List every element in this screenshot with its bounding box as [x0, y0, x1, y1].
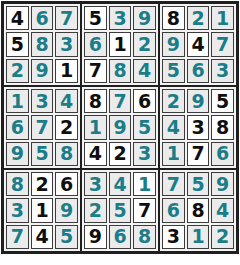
sudoku-cell[interactable]: 4	[31, 225, 54, 249]
sudoku-board: 4675832915396127848219475631346729588761…	[1, 1, 239, 254]
sudoku-cell[interactable]: 8	[133, 225, 156, 249]
sudoku-cell[interactable]: 5	[6, 32, 29, 56]
sudoku-cell[interactable]: 7	[162, 172, 185, 196]
sudoku-cell[interactable]: 1	[84, 115, 107, 139]
sudoku-cell[interactable]: 3	[162, 225, 185, 249]
sudoku-cell[interactable]: 1	[6, 89, 29, 113]
sudoku-cell[interactable]: 2	[109, 142, 132, 166]
sudoku-box: 539612784	[81, 3, 159, 86]
sudoku-cell[interactable]: 8	[187, 198, 210, 222]
sudoku-cell[interactable]: 7	[6, 225, 29, 249]
sudoku-cell[interactable]: 2	[6, 59, 29, 83]
sudoku-cell[interactable]: 4	[84, 142, 107, 166]
sudoku-cell[interactable]: 1	[55, 59, 78, 83]
sudoku-cell[interactable]: 6	[6, 115, 29, 139]
sudoku-cell[interactable]: 6	[109, 225, 132, 249]
sudoku-cell[interactable]: 6	[211, 142, 234, 166]
sudoku-cell[interactable]: 2	[84, 198, 107, 222]
sudoku-cell[interactable]: 4	[187, 32, 210, 56]
sudoku-cell[interactable]: 5	[187, 172, 210, 196]
sudoku-cell[interactable]: 1	[31, 198, 54, 222]
sudoku-box: 821947563	[159, 3, 237, 86]
sudoku-cell[interactable]: 3	[31, 89, 54, 113]
sudoku-cell[interactable]: 8	[211, 115, 234, 139]
sudoku-cell[interactable]: 9	[162, 32, 185, 56]
sudoku-cell[interactable]: 7	[133, 198, 156, 222]
sudoku-cell[interactable]: 3	[84, 172, 107, 196]
sudoku-cell[interactable]: 3	[6, 198, 29, 222]
sudoku-cell[interactable]: 8	[6, 172, 29, 196]
sudoku-cell[interactable]: 3	[187, 115, 210, 139]
sudoku-cell[interactable]: 1	[211, 6, 234, 30]
sudoku-cell[interactable]: 2	[133, 32, 156, 56]
sudoku-cell[interactable]: 9	[211, 172, 234, 196]
sudoku-cell[interactable]: 1	[162, 142, 185, 166]
sudoku-cell[interactable]: 6	[187, 59, 210, 83]
sudoku-cell[interactable]: 4	[55, 89, 78, 113]
sudoku-cell[interactable]: 4	[162, 115, 185, 139]
sudoku-cell[interactable]: 7	[31, 115, 54, 139]
sudoku-box: 467583291	[3, 3, 81, 86]
sudoku-cell[interactable]: 7	[109, 89, 132, 113]
sudoku-cell[interactable]: 9	[31, 59, 54, 83]
sudoku-cell[interactable]: 6	[31, 6, 54, 30]
sudoku-cell[interactable]: 7	[187, 142, 210, 166]
sudoku-cell[interactable]: 5	[109, 198, 132, 222]
sudoku-cell[interactable]: 2	[162, 89, 185, 113]
sudoku-cell[interactable]: 6	[55, 172, 78, 196]
sudoku-box: 341257968	[81, 169, 159, 252]
sudoku-cell[interactable]: 8	[55, 142, 78, 166]
sudoku-cell[interactable]: 8	[162, 6, 185, 30]
sudoku-cell[interactable]: 7	[211, 32, 234, 56]
sudoku-cell[interactable]: 4	[133, 59, 156, 83]
sudoku-cell[interactable]: 2	[187, 6, 210, 30]
sudoku-cell[interactable]: 6	[162, 198, 185, 222]
sudoku-cell[interactable]: 3	[109, 6, 132, 30]
sudoku-cell[interactable]: 2	[31, 172, 54, 196]
sudoku-cell[interactable]: 7	[55, 6, 78, 30]
sudoku-cell[interactable]: 5	[84, 6, 107, 30]
sudoku-cell[interactable]: 2	[55, 115, 78, 139]
sudoku-cell[interactable]: 2	[211, 225, 234, 249]
sudoku-cell[interactable]: 9	[55, 198, 78, 222]
sudoku-cell[interactable]: 5	[31, 142, 54, 166]
sudoku-cell[interactable]: 8	[109, 59, 132, 83]
sudoku-cell[interactable]: 6	[133, 89, 156, 113]
sudoku-cell[interactable]: 5	[55, 225, 78, 249]
sudoku-cell[interactable]: 3	[211, 59, 234, 83]
sudoku-cell[interactable]: 7	[84, 59, 107, 83]
sudoku-cell[interactable]: 4	[6, 6, 29, 30]
sudoku-cell[interactable]: 9	[187, 89, 210, 113]
sudoku-cell[interactable]: 3	[133, 142, 156, 166]
sudoku-cell[interactable]: 4	[109, 172, 132, 196]
sudoku-box: 134672958	[3, 86, 81, 169]
sudoku-box: 876195423	[81, 86, 159, 169]
sudoku-cell[interactable]: 1	[133, 172, 156, 196]
sudoku-cell[interactable]: 3	[55, 32, 78, 56]
sudoku-cell[interactable]: 9	[133, 6, 156, 30]
sudoku-cell[interactable]: 8	[31, 32, 54, 56]
sudoku-cell[interactable]: 1	[187, 225, 210, 249]
sudoku-cell[interactable]: 5	[133, 115, 156, 139]
sudoku-cell[interactable]: 9	[6, 142, 29, 166]
sudoku-box: 759684312	[159, 169, 237, 252]
sudoku-cell[interactable]: 5	[211, 89, 234, 113]
sudoku-box: 295438176	[159, 86, 237, 169]
sudoku-cell[interactable]: 8	[84, 89, 107, 113]
sudoku-cell[interactable]: 9	[84, 225, 107, 249]
sudoku-cell[interactable]: 4	[211, 198, 234, 222]
sudoku-cell[interactable]: 5	[162, 59, 185, 83]
sudoku-cell[interactable]: 9	[109, 115, 132, 139]
sudoku-cell[interactable]: 6	[84, 32, 107, 56]
sudoku-box: 826319745	[3, 169, 81, 252]
sudoku-cell[interactable]: 1	[109, 32, 132, 56]
